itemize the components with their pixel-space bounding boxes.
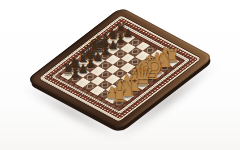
piece-black-pawn-a7[interactable]: ♟ bbox=[70, 68, 81, 80]
pieces-layer: ♜♞♝♛♚♝♞♜♟♟♟♟♟♟♟♟♟♟♟♟♟♟♟♟♜♞♝♛♚♝♞♜ bbox=[0, 0, 240, 150]
chess-photo-scene: ♜♞♝♛♚♝♞♜♟♟♟♟♟♟♟♟♟♟♟♟♟♟♟♟♜♞♝♛♚♝♞♜ bbox=[0, 0, 240, 150]
piece-white-rook-a1[interactable]: ♜ bbox=[111, 86, 128, 105]
